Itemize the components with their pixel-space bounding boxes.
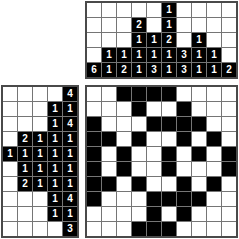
row-clue-cell-r7-c1: [3, 177, 17, 191]
solution-cell-r8c10[interactable]: [222, 192, 236, 206]
row-clue-cell-r4-c3: 1: [33, 132, 47, 146]
row-clue-cell-r8-c4: 1: [48, 192, 62, 206]
col-clue-cell-c2-r2: [102, 18, 116, 32]
row-clue-cell-r5-c2: 1: [18, 147, 32, 161]
solution-cell-r8c4[interactable]: [132, 192, 146, 206]
solution-cell-r6c1[interactable]: [87, 162, 101, 176]
solution-cell-r1c5[interactable]: [147, 87, 161, 101]
solution-cell-r4c3[interactable]: [117, 132, 131, 146]
solution-cell-r10c8[interactable]: [192, 222, 206, 236]
nonogram-puzzle: 1211121111113116121313112 41114211111111…: [0, 0, 239, 239]
row-clue-cell-r7-c2: 2: [18, 177, 32, 191]
row-clue-cell-r3-c1: [3, 117, 17, 131]
row-clue-cell-r2-c1: [3, 102, 17, 116]
row-clue-cell-r1-c5: 4: [63, 87, 77, 101]
row-clue-cell-r9-c5: 1: [63, 207, 77, 221]
solution-cell-r2c7[interactable]: [177, 102, 191, 116]
solution-cell-r3c4[interactable]: [132, 117, 146, 131]
solution-cell-r2c3[interactable]: [117, 102, 131, 116]
solution-cell-r4c6[interactable]: [162, 132, 176, 146]
col-clue-cell-c3-r1: [117, 3, 131, 17]
solution-cell-r7c6[interactable]: [162, 177, 176, 191]
row-clue-cell-r9-c2: [18, 207, 32, 221]
row-clue-cell-r10-c4: [48, 222, 62, 236]
solution-cell-r7c4[interactable]: [132, 177, 146, 191]
row-clue-cell-r1-c4: [48, 87, 62, 101]
solution-cell-r9c9[interactable]: [207, 207, 221, 221]
col-clue-cell-c4-r4: 1: [132, 48, 146, 62]
solution-cell-r3c6[interactable]: [162, 117, 176, 131]
row-clue-cell-r5-c1: 1: [3, 147, 17, 161]
solution-cell-r7c1[interactable]: [87, 177, 101, 191]
col-clue-cell-c2-r3: [102, 33, 116, 47]
row-clue-cell-r10-c2: [18, 222, 32, 236]
solution-cell-r6c8[interactable]: [192, 162, 206, 176]
solution-cell-r9c4[interactable]: [132, 207, 146, 221]
col-clue-cell-c7-r2: [177, 18, 191, 32]
row-clue-cell-r5-c3: 1: [33, 147, 47, 161]
row-clue-cell-r10-c1: [3, 222, 17, 236]
row-clue-cell-r10-c3: [33, 222, 47, 236]
col-clue-cell-c9-r2: [207, 18, 221, 32]
col-clue-cell-c9-r3: [207, 33, 221, 47]
solution-cell-r8c1[interactable]: [87, 192, 101, 206]
col-clue-cell-c5-r5: 3: [147, 63, 161, 77]
solution-cell-r5c6[interactable]: [162, 147, 176, 161]
solution-cell-r8c7[interactable]: [177, 192, 191, 206]
solution-cell-r1c3[interactable]: [117, 87, 131, 101]
solution-cell-r4c10[interactable]: [222, 132, 236, 146]
col-clue-cell-c3-r2: [117, 18, 131, 32]
solution-cell-r6c5[interactable]: [147, 162, 161, 176]
col-clue-cell-c3-r4: 1: [117, 48, 131, 62]
row-clue-cell-r9-c4: 1: [48, 207, 62, 221]
solution-cell-r7c10[interactable]: [222, 177, 236, 191]
row-clues-grid: 411142111111111111211114113: [1, 85, 79, 238]
row-clue-cell-r3-c2: [18, 117, 32, 131]
col-clue-cell-c8-r1: [192, 3, 206, 17]
solution-cell-r10c5[interactable]: [147, 222, 161, 236]
col-clue-cell-c6-r1: 1: [162, 3, 176, 17]
row-clue-cell-r5-c4: 1: [48, 147, 62, 161]
solution-cell-r10c2[interactable]: [102, 222, 116, 236]
row-clue-cell-r8-c5: 4: [63, 192, 77, 206]
solution-cell-r5c2[interactable]: [102, 147, 116, 161]
col-clue-cell-c10-r1: [222, 3, 236, 17]
col-clue-cell-c8-r3: 1: [192, 33, 206, 47]
solution-cell-r10c4[interactable]: [132, 222, 146, 236]
col-clue-cell-c1-r2: [87, 18, 101, 32]
solution-cell-r8c5[interactable]: [147, 192, 161, 206]
col-clue-cell-c1-r3: [87, 33, 101, 47]
col-clue-cell-c3-r3: [117, 33, 131, 47]
solution-cell-r2c10[interactable]: [222, 102, 236, 116]
row-clue-cell-r4-c2: 2: [18, 132, 32, 146]
solution-cell-r1c1[interactable]: [87, 87, 101, 101]
col-clue-cell-c7-r4: 3: [177, 48, 191, 62]
solution-cell-r10c9[interactable]: [207, 222, 221, 236]
solution-cell-r6c3[interactable]: [117, 162, 131, 176]
col-clue-cell-c8-r4: 1: [192, 48, 206, 62]
col-clue-cell-c1-r4: [87, 48, 101, 62]
solution-cell-r8c9[interactable]: [207, 192, 221, 206]
solution-cell-r2c5[interactable]: [147, 102, 161, 116]
col-clue-cell-c8-r2: [192, 18, 206, 32]
solution-cell-r2c6[interactable]: [162, 102, 176, 116]
col-clue-cell-c10-r3: [222, 33, 236, 47]
solution-cell-r1c8[interactable]: [192, 87, 206, 101]
col-clue-cell-c7-r3: [177, 33, 191, 47]
col-clue-cell-c4-r2: 2: [132, 18, 146, 32]
solution-cell-r6c4[interactable]: [132, 162, 146, 176]
col-clue-cell-c8-r5: 1: [192, 63, 206, 77]
col-clue-cell-c5-r1: [147, 3, 161, 17]
solution-cell-r9c8[interactable]: [192, 207, 206, 221]
solution-cell-r8c2[interactable]: [102, 192, 116, 206]
solution-cell-r2c1[interactable]: [87, 102, 101, 116]
solution-cell-r4c2[interactable]: [102, 132, 116, 146]
solution-cell-r10c7[interactable]: [177, 222, 191, 236]
row-clue-cell-r9-c3: [33, 207, 47, 221]
solution-cell-r10c3[interactable]: [117, 222, 131, 236]
row-clue-cell-r7-c3: 1: [33, 177, 47, 191]
col-clue-cell-c2-r4: 1: [102, 48, 116, 62]
solution-cell-r7c7[interactable]: [177, 177, 191, 191]
col-clue-cell-c5-r2: [147, 18, 161, 32]
solution-cell-r8c8[interactable]: [192, 192, 206, 206]
col-clue-cell-c6-r2: 1: [162, 18, 176, 32]
solution-cell-r7c2[interactable]: [102, 177, 116, 191]
col-clue-cell-c1-r1: [87, 3, 101, 17]
col-clue-cell-c5-r3: 1: [147, 33, 161, 47]
row-clue-cell-r8-c1: [3, 192, 17, 206]
col-clue-cell-c10-r5: 2: [222, 63, 236, 77]
solution-cell-r9c7[interactable]: [177, 207, 191, 221]
solution-cell-r4c8[interactable]: [192, 132, 206, 146]
solution-cell-r2c4[interactable]: [132, 102, 146, 116]
solution-cell-r4c7[interactable]: [177, 132, 191, 146]
solution-cell-r1c4[interactable]: [132, 87, 146, 101]
solution-cell-r9c3[interactable]: [117, 207, 131, 221]
solution-cell-r3c10[interactable]: [222, 117, 236, 131]
solution-cell-r10c6[interactable]: [162, 222, 176, 236]
solution-cell-r1c9[interactable]: [207, 87, 221, 101]
row-clue-cell-r6-c3: 1: [33, 162, 47, 176]
solution-cell-r5c3[interactable]: [117, 147, 131, 161]
row-clue-cell-r2-c2: [18, 102, 32, 116]
solution-cell-r4c9[interactable]: [207, 132, 221, 146]
row-clue-cell-r7-c5: 1: [63, 177, 77, 191]
col-clue-cell-c9-r5: 1: [207, 63, 221, 77]
col-clue-cell-c9-r4: 1: [207, 48, 221, 62]
solution-cell-r5c1[interactable]: [87, 147, 101, 161]
solution-cell-r5c4[interactable]: [132, 147, 146, 161]
col-clue-cell-c10-r4: [222, 48, 236, 62]
solution-cell-r5c9[interactable]: [207, 147, 221, 161]
row-clue-cell-r3-c5: 4: [63, 117, 77, 131]
solution-grid: [85, 85, 238, 238]
row-clue-cell-r1-c1: [3, 87, 17, 101]
solution-cell-r3c3[interactable]: [117, 117, 131, 131]
solution-cell-r6c2[interactable]: [102, 162, 116, 176]
col-clue-cell-c1-r5: 6: [87, 63, 101, 77]
solution-cell-r3c5[interactable]: [147, 117, 161, 131]
solution-cell-r10c1[interactable]: [87, 222, 101, 236]
solution-cell-r4c4[interactable]: [132, 132, 146, 146]
row-clue-cell-r8-c3: [33, 192, 47, 206]
col-clue-cell-c10-r2: [222, 18, 236, 32]
col-clue-cell-c4-r5: 1: [132, 63, 146, 77]
row-clue-cell-r1-c3: [33, 87, 47, 101]
row-clue-cell-r9-c1: [3, 207, 17, 221]
solution-cell-r10c10[interactable]: [222, 222, 236, 236]
solution-cell-r3c7[interactable]: [177, 117, 191, 131]
col-clue-cell-c4-r1: [132, 3, 146, 17]
solution-cell-r9c1[interactable]: [87, 207, 101, 221]
solution-cell-r1c6[interactable]: [162, 87, 176, 101]
solution-cell-r7c8[interactable]: [192, 177, 206, 191]
solution-cell-r1c2[interactable]: [102, 87, 116, 101]
row-clue-cell-r8-c2: [18, 192, 32, 206]
col-clue-cell-c6-r5: 1: [162, 63, 176, 77]
row-clue-cell-r2-c4: 1: [48, 102, 62, 116]
col-clue-cell-c4-r3: 1: [132, 33, 146, 47]
solution-cell-r7c3[interactable]: [117, 177, 131, 191]
solution-cell-r5c8[interactable]: [192, 147, 206, 161]
solution-cell-r4c1[interactable]: [87, 132, 101, 146]
solution-cell-r6c6[interactable]: [162, 162, 176, 176]
solution-cell-r9c10[interactable]: [222, 207, 236, 221]
col-clue-cell-c3-r5: 2: [117, 63, 131, 77]
col-clue-cell-c2-r5: 1: [102, 63, 116, 77]
row-clue-cell-r4-c1: [3, 132, 17, 146]
row-clue-cell-r4-c4: 1: [48, 132, 62, 146]
row-clue-cell-r1-c2: [18, 87, 32, 101]
solution-cell-r3c9[interactable]: [207, 117, 221, 131]
col-clue-cell-c6-r3: 2: [162, 33, 176, 47]
row-clue-cell-r3-c4: 1: [48, 117, 62, 131]
solution-cell-r5c10[interactable]: [222, 147, 236, 161]
solution-cell-r3c1[interactable]: [87, 117, 101, 131]
row-clue-cell-r2-c5: 1: [63, 102, 77, 116]
solution-cell-r6c7[interactable]: [177, 162, 191, 176]
solution-cell-r5c7[interactable]: [177, 147, 191, 161]
solution-cell-r6c9[interactable]: [207, 162, 221, 176]
solution-cell-r8c6[interactable]: [162, 192, 176, 206]
row-clue-cell-r6-c2: 1: [18, 162, 32, 176]
col-clue-cell-c7-r5: 3: [177, 63, 191, 77]
col-clue-cell-c7-r1: [177, 3, 191, 17]
row-clue-cell-r2-c3: [33, 102, 47, 116]
col-clue-cell-c5-r4: 1: [147, 48, 161, 62]
solution-cell-r2c9[interactable]: [207, 102, 221, 116]
row-clue-cell-r3-c3: [33, 117, 47, 131]
solution-cell-r8c3[interactable]: [117, 192, 131, 206]
solution-cell-r2c2[interactable]: [102, 102, 116, 116]
row-clue-cell-r10-c5: 3: [63, 222, 77, 236]
col-clue-cell-c9-r1: [207, 3, 221, 17]
solution-cell-r1c10[interactable]: [222, 87, 236, 101]
solution-cell-r7c9[interactable]: [207, 177, 221, 191]
col-clue-cell-c6-r4: 1: [162, 48, 176, 62]
solution-cell-r4c5[interactable]: [147, 132, 161, 146]
row-clue-cell-r7-c4: 1: [48, 177, 62, 191]
col-clue-cell-c2-r1: [102, 3, 116, 17]
row-clue-cell-r5-c5: 1: [63, 147, 77, 161]
solution-cell-r5c5[interactable]: [147, 147, 161, 161]
solution-cell-r1c7[interactable]: [177, 87, 191, 101]
row-clue-cell-r4-c5: 1: [63, 132, 77, 146]
solution-cell-r9c2[interactable]: [102, 207, 116, 221]
solution-cell-r3c2[interactable]: [102, 117, 116, 131]
solution-cell-r9c6[interactable]: [162, 207, 176, 221]
column-clues-grid: 1211121111113116121313112: [85, 1, 238, 79]
row-clue-cell-r6-c5: 1: [63, 162, 77, 176]
solution-cell-r6c10[interactable]: [222, 162, 236, 176]
solution-cell-r3c8[interactable]: [192, 117, 206, 131]
row-clue-cell-r6-c1: [3, 162, 17, 176]
solution-cell-r2c8[interactable]: [192, 102, 206, 116]
solution-cell-r7c5[interactable]: [147, 177, 161, 191]
row-clue-cell-r6-c4: 1: [48, 162, 62, 176]
solution-cell-r9c5[interactable]: [147, 207, 161, 221]
